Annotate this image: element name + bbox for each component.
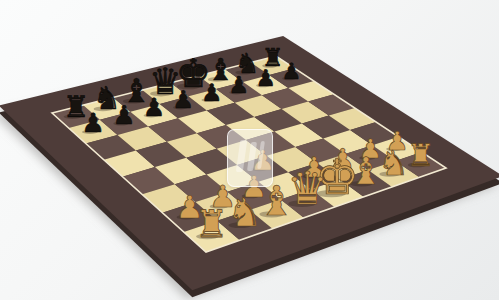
piece-black-pawn-g7: ♟ bbox=[255, 65, 275, 91]
piece-black-pawn-b7: ♟ bbox=[112, 100, 135, 130]
piece-black-pawn-e7: ♟ bbox=[201, 79, 222, 107]
piece-black-pawn-a7: ♟ bbox=[81, 107, 105, 138]
watermark-overlay bbox=[227, 129, 273, 187]
piece-black-pawn-h7: ♟ bbox=[282, 58, 302, 84]
watermark-glyph bbox=[247, 142, 257, 171]
watermark-glyph bbox=[235, 140, 247, 172]
piece-white-knight-b1: ♞ bbox=[227, 190, 262, 235]
piece-black-pawn-c7: ♟ bbox=[143, 93, 166, 122]
photo-backdrop: ♜♞♟♝♟♚♟♛♟♝♟♞♟♜♟♟♟♟♜♟♟♞♟♝♚♟♛♟♝♟♞♜ bbox=[0, 0, 499, 300]
piece-black-pawn-f7: ♟ bbox=[229, 71, 250, 98]
piece-white-rook-a1: ♜ bbox=[195, 202, 228, 246]
watermark-glyph bbox=[257, 141, 265, 169]
piece-white-knight-g1: ♞ bbox=[378, 143, 409, 183]
piece-black-pawn-d7: ♟ bbox=[172, 85, 194, 114]
piece-white-rook-h1: ♜ bbox=[407, 137, 435, 173]
